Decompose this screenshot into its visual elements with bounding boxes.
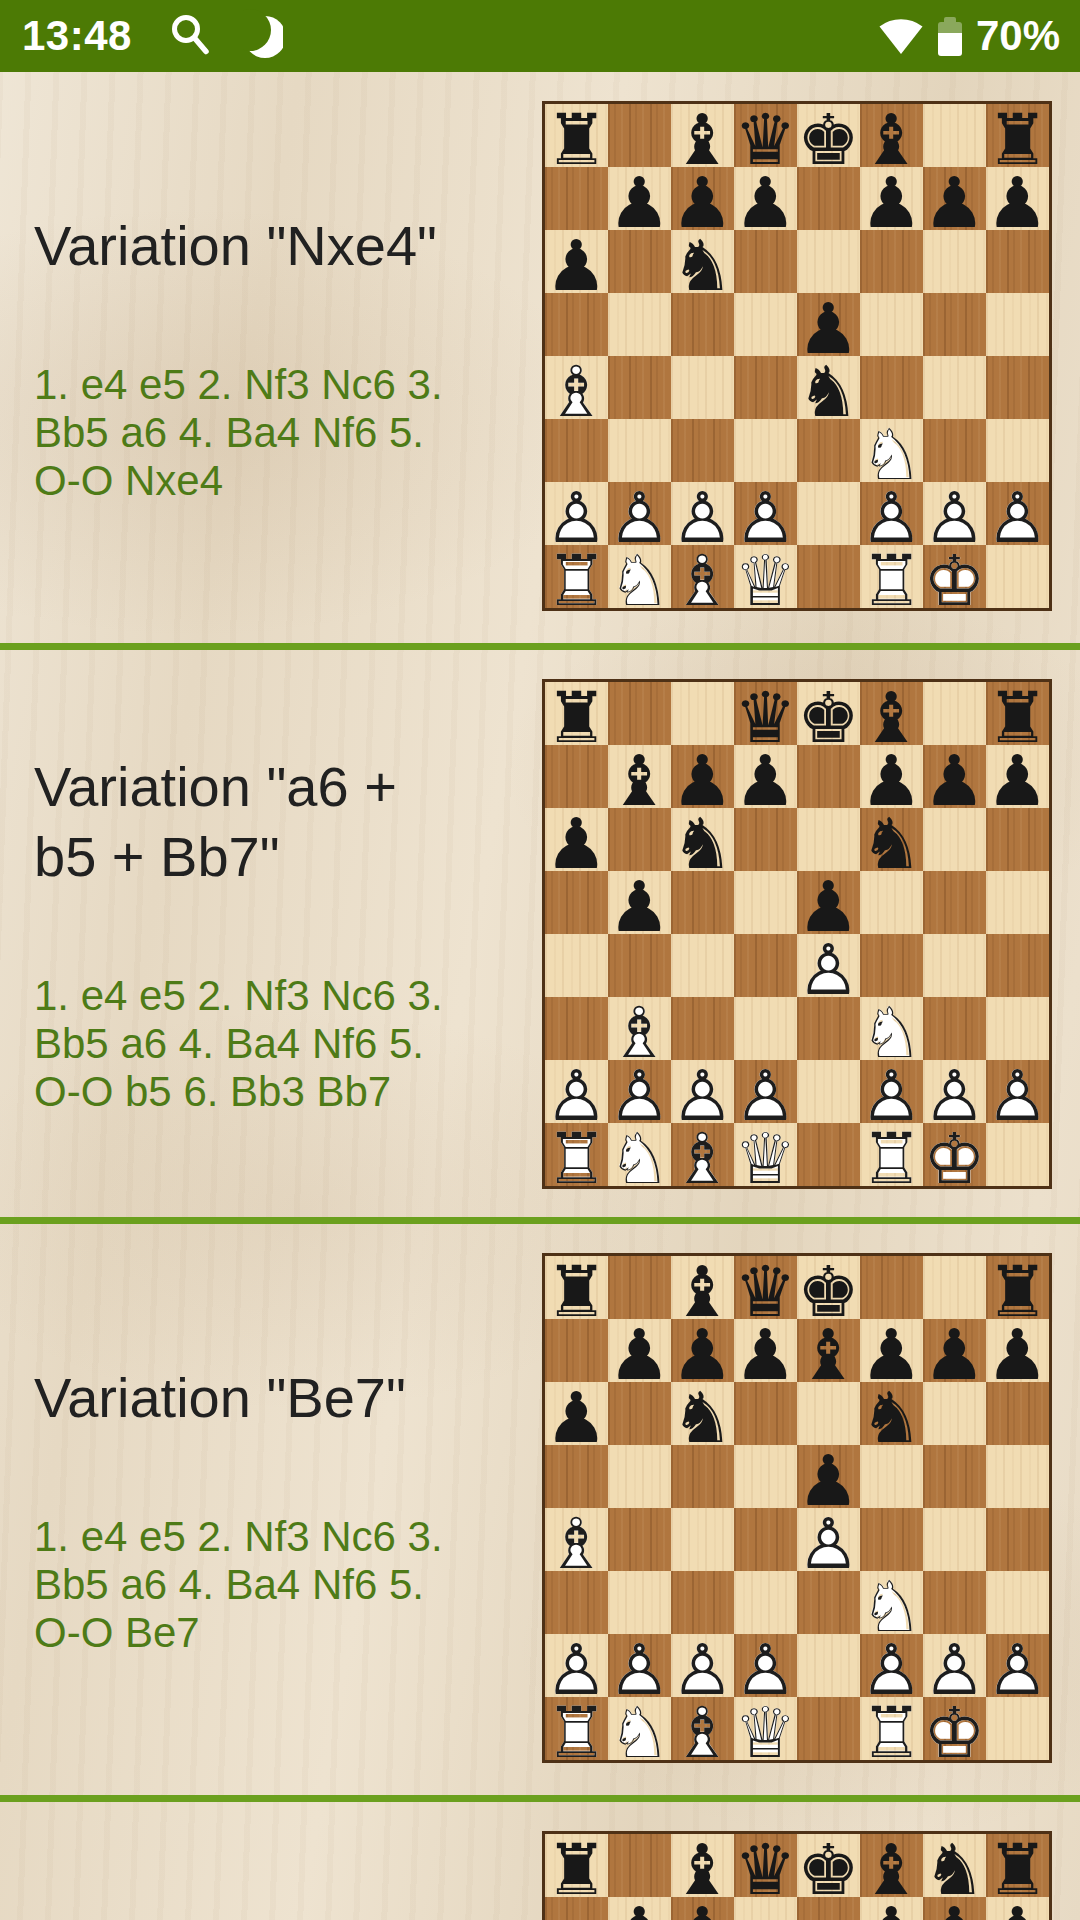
white-pawn: ♟♙: [545, 1635, 608, 1698]
square-d3[interactable]: [734, 419, 797, 482]
square-a4[interactable]: ♝♗: [545, 356, 608, 419]
variation-list-item-2[interactable]: Variation "a6 + b5 + Bb7" 1. e4 e5 2. Nf…: [0, 650, 1080, 1217]
square-d3[interactable]: [734, 1571, 797, 1634]
square-e1[interactable]: [797, 1123, 860, 1186]
black-bishop: ♝: [860, 105, 923, 168]
black-king: ♚: [797, 683, 860, 746]
square-f2[interactable]: ♟♙: [860, 1634, 923, 1697]
square-b1[interactable]: ♞♘: [608, 1123, 671, 1186]
square-g2[interactable]: ♟♙: [923, 482, 986, 545]
chessboard-4: ♜♝♛♚♝♞♜♟♟♟♟♟♟♞♟♟♝♗♟♙♞♘♟♙♟♙♟♙♟♙♟♙♟♙♟♙♜♖♞♘…: [542, 1831, 1052, 1920]
square-g8[interactable]: [923, 104, 986, 167]
black-rook: ♜: [986, 1257, 1049, 1320]
square-a6[interactable]: ♟: [545, 1382, 608, 1445]
square-c7[interactable]: ♟: [671, 167, 734, 230]
variation-moves: 1. e4 e5 2. Nf3 Nc6 3. Bb5 a6 4. Ba4 Nf6…: [34, 361, 464, 505]
square-f5[interactable]: [860, 293, 923, 356]
square-g8[interactable]: [923, 682, 986, 745]
black-knight: ♞: [671, 1383, 734, 1446]
white-pawn: ♟♙: [734, 483, 797, 546]
square-c3[interactable]: [671, 1571, 734, 1634]
square-d1[interactable]: ♛♕: [734, 1697, 797, 1760]
square-a4[interactable]: [545, 934, 608, 997]
night-mode-icon[interactable]: [243, 9, 283, 63]
black-rook: ♜: [986, 1835, 1049, 1898]
square-g1[interactable]: ♚♔: [923, 545, 986, 608]
square-c8[interactable]: [671, 682, 734, 745]
square-b5[interactable]: [608, 293, 671, 356]
black-pawn: ♟: [923, 168, 986, 231]
square-c1[interactable]: ♝♗: [671, 1697, 734, 1760]
white-king: ♚♔: [923, 1124, 986, 1187]
white-pawn: ♟♙: [923, 1061, 986, 1124]
square-f4[interactable]: [860, 1508, 923, 1571]
search-icon[interactable]: [168, 13, 212, 59]
square-e7[interactable]: ♝: [797, 1319, 860, 1382]
white-pawn: ♟♙: [608, 1061, 671, 1124]
black-bishop: ♝: [671, 1835, 734, 1898]
square-d4[interactable]: [734, 934, 797, 997]
white-pawn: ♟♙: [545, 483, 608, 546]
white-pawn: ♟♙: [860, 1061, 923, 1124]
square-b3[interactable]: [608, 419, 671, 482]
square-d2[interactable]: ♟♙: [734, 1060, 797, 1123]
square-a1[interactable]: ♜♖: [545, 1697, 608, 1760]
square-c2[interactable]: ♟♙: [671, 1060, 734, 1123]
square-d4[interactable]: [734, 1508, 797, 1571]
square-g8[interactable]: ♞: [923, 1834, 986, 1897]
square-e4[interactable]: ♟♙: [797, 934, 860, 997]
variation-title: Variation "Be7": [34, 1363, 454, 1433]
white-king: ♚♔: [923, 1698, 986, 1761]
clock: 13:48: [22, 12, 132, 60]
square-h4[interactable]: [986, 934, 1049, 997]
square-c1[interactable]: ♝♗: [671, 1123, 734, 1186]
square-g5[interactable]: [923, 293, 986, 356]
square-b7[interactable]: ♝: [608, 745, 671, 808]
square-g2[interactable]: ♟♙: [923, 1634, 986, 1697]
square-a2[interactable]: ♟♙: [545, 1060, 608, 1123]
black-knight: ♞: [797, 357, 860, 420]
white-pawn: ♟♙: [734, 1635, 797, 1698]
square-c2[interactable]: ♟♙: [671, 482, 734, 545]
black-pawn: ♟: [608, 872, 671, 935]
square-d3[interactable]: [734, 997, 797, 1060]
square-h8[interactable]: ♜: [986, 104, 1049, 167]
black-pawn: ♟: [734, 1320, 797, 1383]
white-pawn: ♟♙: [671, 483, 734, 546]
square-g1[interactable]: ♚♔: [923, 1697, 986, 1760]
black-pawn: ♟: [860, 746, 923, 809]
battery-icon: [938, 17, 962, 56]
square-c7[interactable]: ♟: [671, 1897, 734, 1920]
section-divider: [0, 643, 1080, 650]
black-pawn: ♟: [923, 746, 986, 809]
square-g7[interactable]: ♟: [923, 1319, 986, 1382]
square-c1[interactable]: ♝♗: [671, 545, 734, 608]
app-screen: 13:48 70% Variation "Nxe4" 1. e4 e5 2. N…: [0, 0, 1080, 1920]
square-d5[interactable]: [734, 1445, 797, 1508]
black-pawn: ♟: [545, 231, 608, 294]
black-bishop: ♝: [671, 105, 734, 168]
square-b7[interactable]: ♟: [608, 1897, 671, 1920]
white-knight: ♞♘: [860, 998, 923, 1061]
square-b4[interactable]: [608, 1508, 671, 1571]
variation-title: Variation "a6 + b5 + Bb7": [34, 752, 454, 892]
square-e4[interactable]: ♟♙: [797, 1508, 860, 1571]
black-pawn: ♟: [797, 294, 860, 357]
white-pawn: ♟♙: [860, 483, 923, 546]
black-pawn: ♟: [671, 168, 734, 231]
wifi-icon: [878, 17, 924, 55]
square-h5[interactable]: [986, 293, 1049, 356]
white-pawn: ♟♙: [923, 483, 986, 546]
square-c8[interactable]: ♝: [671, 1834, 734, 1897]
black-pawn: ♟: [671, 1898, 734, 1920]
square-d7[interactable]: ♟: [734, 167, 797, 230]
square-h2[interactable]: ♟♙: [986, 1060, 1049, 1123]
white-knight: ♞♘: [860, 420, 923, 483]
square-g5[interactable]: [923, 871, 986, 934]
square-c3[interactable]: [671, 997, 734, 1060]
black-pawn: ♟: [734, 168, 797, 231]
square-f7[interactable]: ♟: [860, 745, 923, 808]
black-rook: ♜: [545, 105, 608, 168]
square-e6[interactable]: [797, 808, 860, 871]
black-pawn: ♟: [986, 746, 1049, 809]
square-c8[interactable]: ♝: [671, 1256, 734, 1319]
square-d8[interactable]: ♛: [734, 1834, 797, 1897]
square-g7[interactable]: ♟: [923, 167, 986, 230]
square-g3[interactable]: [923, 997, 986, 1060]
square-b8[interactable]: [608, 1256, 671, 1319]
square-d5[interactable]: [734, 293, 797, 356]
square-e5[interactable]: ♟: [797, 1445, 860, 1508]
square-c6[interactable]: ♞: [671, 808, 734, 871]
square-f7[interactable]: ♟: [860, 1319, 923, 1382]
square-f1[interactable]: ♜♖: [860, 545, 923, 608]
square-h8[interactable]: ♜: [986, 682, 1049, 745]
black-rook: ♜: [545, 1257, 608, 1320]
black-knight: ♞: [671, 809, 734, 872]
white-pawn: ♟♙: [986, 483, 1049, 546]
square-a2[interactable]: ♟♙: [545, 482, 608, 545]
square-a4[interactable]: ♝♗: [545, 1508, 608, 1571]
white-pawn: ♟♙: [545, 1061, 608, 1124]
square-c4[interactable]: [671, 356, 734, 419]
square-a8[interactable]: ♜: [545, 682, 608, 745]
square-h3[interactable]: [986, 997, 1049, 1060]
square-h4[interactable]: [986, 356, 1049, 419]
white-knight: ♞♘: [608, 546, 671, 609]
square-f8[interactable]: ♝: [860, 1834, 923, 1897]
square-b7[interactable]: ♟: [608, 167, 671, 230]
black-queen: ♛: [734, 1835, 797, 1898]
square-h2[interactable]: ♟♙: [986, 1634, 1049, 1697]
square-e2[interactable]: [797, 482, 860, 545]
square-h8[interactable]: ♜: [986, 1834, 1049, 1897]
black-bishop: ♝: [860, 1835, 923, 1898]
square-g8[interactable]: [923, 1256, 986, 1319]
white-pawn: ♟♙: [860, 1635, 923, 1698]
square-b5[interactable]: [608, 1445, 671, 1508]
black-pawn: ♟: [860, 168, 923, 231]
square-b3[interactable]: ♝♗: [608, 997, 671, 1060]
black-pawn: ♟: [923, 1320, 986, 1383]
black-queen: ♛: [734, 105, 797, 168]
square-g3[interactable]: [923, 419, 986, 482]
square-e5[interactable]: ♟: [797, 293, 860, 356]
square-f3[interactable]: ♞♘: [860, 1571, 923, 1634]
variation-list-item-1[interactable]: Variation "Nxe4" 1. e4 e5 2. Nf3 Nc6 3. …: [0, 72, 1080, 643]
variation-list-item-3[interactable]: Variation "Be7" 1. e4 e5 2. Nf3 Nc6 3. B…: [0, 1224, 1080, 1795]
square-e1[interactable]: [797, 545, 860, 608]
square-g4[interactable]: [923, 356, 986, 419]
white-pawn: ♟♙: [986, 1635, 1049, 1698]
square-f3[interactable]: ♞♘: [860, 419, 923, 482]
square-h3[interactable]: [986, 419, 1049, 482]
square-f8[interactable]: ♝: [860, 682, 923, 745]
square-a6[interactable]: ♟: [545, 230, 608, 293]
square-h5[interactable]: [986, 871, 1049, 934]
square-d4[interactable]: [734, 356, 797, 419]
white-pawn: ♟♙: [923, 1635, 986, 1698]
white-pawn: ♟♙: [797, 1509, 860, 1572]
white-bishop: ♝♗: [671, 1698, 734, 1761]
black-knight: ♞: [671, 231, 734, 294]
battery-percent: 70%: [976, 12, 1060, 60]
black-king: ♚: [797, 105, 860, 168]
square-b8[interactable]: [608, 682, 671, 745]
square-a1[interactable]: ♜♖: [545, 1123, 608, 1186]
square-b1[interactable]: ♞♘: [608, 1697, 671, 1760]
square-d2[interactable]: ♟♙: [734, 1634, 797, 1697]
black-king: ♚: [797, 1257, 860, 1320]
square-b8[interactable]: [608, 104, 671, 167]
black-pawn: ♟: [608, 1320, 671, 1383]
black-rook: ♜: [545, 683, 608, 746]
black-queen: ♛: [734, 1257, 797, 1320]
section-divider: [0, 1795, 1080, 1802]
square-g4[interactable]: [923, 934, 986, 997]
square-c4[interactable]: [671, 934, 734, 997]
square-h3[interactable]: [986, 1571, 1049, 1634]
black-pawn: ♟: [986, 1898, 1049, 1920]
section-divider: [0, 1217, 1080, 1224]
square-b2[interactable]: ♟♙: [608, 482, 671, 545]
black-pawn: ♟: [545, 809, 608, 872]
white-pawn: ♟♙: [671, 1061, 734, 1124]
white-pawn: ♟♙: [797, 935, 860, 998]
square-e8[interactable]: ♚: [797, 682, 860, 745]
square-e8[interactable]: ♚: [797, 1256, 860, 1319]
square-a2[interactable]: ♟♙: [545, 1634, 608, 1697]
square-g7[interactable]: ♟: [923, 1897, 986, 1920]
square-d8[interactable]: ♛: [734, 682, 797, 745]
square-f7[interactable]: ♟: [860, 1897, 923, 1920]
square-h7[interactable]: ♟: [986, 1897, 1049, 1920]
square-a8[interactable]: ♜: [545, 1256, 608, 1319]
square-f1[interactable]: ♜♖: [860, 1123, 923, 1186]
square-c7[interactable]: ♟: [671, 745, 734, 808]
white-bishop: ♝♗: [608, 998, 671, 1061]
black-pawn: ♟: [734, 746, 797, 809]
square-b3[interactable]: [608, 1571, 671, 1634]
square-h4[interactable]: [986, 1508, 1049, 1571]
black-bishop: ♝: [608, 746, 671, 809]
square-f2[interactable]: ♟♙: [860, 1060, 923, 1123]
square-b7[interactable]: ♟: [608, 1319, 671, 1382]
white-pawn: ♟♙: [608, 1635, 671, 1698]
white-rook: ♜♖: [860, 1698, 923, 1761]
black-queen: ♛: [734, 683, 797, 746]
black-pawn: ♟: [545, 1383, 608, 1446]
square-d2[interactable]: ♟♙: [734, 482, 797, 545]
black-bishop: ♝: [671, 1257, 734, 1320]
square-h7[interactable]: ♟: [986, 745, 1049, 808]
square-g2[interactable]: ♟♙: [923, 1060, 986, 1123]
square-e8[interactable]: ♚: [797, 1834, 860, 1897]
square-a3[interactable]: [545, 997, 608, 1060]
square-e2[interactable]: [797, 1060, 860, 1123]
white-pawn: ♟♙: [608, 483, 671, 546]
square-c7[interactable]: ♟: [671, 1319, 734, 1382]
black-pawn: ♟: [608, 168, 671, 231]
square-f4[interactable]: [860, 356, 923, 419]
square-d7[interactable]: ♟: [734, 1319, 797, 1382]
white-bishop: ♝♗: [671, 546, 734, 609]
square-f8[interactable]: [860, 1256, 923, 1319]
white-bishop: ♝♗: [545, 1509, 608, 1572]
black-pawn: ♟: [860, 1898, 923, 1920]
black-pawn: ♟: [671, 746, 734, 809]
status-indicators: 70%: [878, 12, 1060, 60]
square-b1[interactable]: ♞♘: [608, 545, 671, 608]
square-e4[interactable]: ♞: [797, 356, 860, 419]
black-king: ♚: [797, 1835, 860, 1898]
variation-text-2: Variation "a6 + b5 + Bb7" 1. e4 e5 2. Nf…: [34, 650, 514, 1217]
square-f2[interactable]: ♟♙: [860, 482, 923, 545]
square-b8[interactable]: [608, 1834, 671, 1897]
black-knight: ♞: [860, 809, 923, 872]
white-knight: ♞♘: [860, 1572, 923, 1635]
square-f4[interactable]: [860, 934, 923, 997]
square-h2[interactable]: ♟♙: [986, 482, 1049, 545]
black-pawn: ♟: [608, 1898, 671, 1920]
variation-title: Variation "Nxe4": [34, 211, 454, 281]
chessboard-1: ♜♝♛♚♝♜♟♟♟♟♟♟♟♞♟♝♗♞♞♘♟♙♟♙♟♙♟♙♟♙♟♙♟♙♜♖♞♘♝♗…: [542, 101, 1052, 611]
white-pawn: ♟♙: [986, 1061, 1049, 1124]
black-pawn: ♟: [986, 1320, 1049, 1383]
square-g1[interactable]: ♚♔: [923, 1123, 986, 1186]
square-e2[interactable]: [797, 1634, 860, 1697]
square-c2[interactable]: ♟♙: [671, 1634, 734, 1697]
black-rook: ♜: [545, 1835, 608, 1898]
square-c6[interactable]: ♞: [671, 230, 734, 293]
white-knight: ♞♘: [608, 1124, 671, 1187]
square-e6[interactable]: [797, 230, 860, 293]
square-h7[interactable]: ♟: [986, 1319, 1049, 1382]
square-d5[interactable]: [734, 871, 797, 934]
square-e5[interactable]: ♟: [797, 871, 860, 934]
square-g4[interactable]: [923, 1508, 986, 1571]
white-queen: ♛♕: [734, 546, 797, 609]
square-f6[interactable]: ♞: [860, 1382, 923, 1445]
square-c3[interactable]: [671, 419, 734, 482]
chessboard-2: ♜♛♚♝♜♝♟♟♟♟♟♟♞♞♟♟♟♙♝♗♞♘♟♙♟♙♟♙♟♙♟♙♟♙♟♙♜♖♞♘…: [542, 679, 1052, 1189]
square-g3[interactable]: [923, 1571, 986, 1634]
white-knight: ♞♘: [608, 1698, 671, 1761]
white-pawn: ♟♙: [734, 1061, 797, 1124]
black-pawn: ♟: [797, 1446, 860, 1509]
white-rook: ♜♖: [860, 546, 923, 609]
square-g7[interactable]: ♟: [923, 745, 986, 808]
black-rook: ♜: [986, 105, 1049, 168]
square-h8[interactable]: ♜: [986, 1256, 1049, 1319]
square-b5[interactable]: ♟: [608, 871, 671, 934]
white-rook: ♜♖: [545, 546, 608, 609]
square-b4[interactable]: [608, 356, 671, 419]
white-bishop: ♝♗: [671, 1124, 734, 1187]
white-bishop: ♝♗: [545, 357, 608, 420]
square-c6[interactable]: ♞: [671, 1382, 734, 1445]
square-e1[interactable]: [797, 1697, 860, 1760]
square-d8[interactable]: ♛: [734, 1256, 797, 1319]
black-bishop: ♝: [860, 683, 923, 746]
square-h7[interactable]: ♟: [986, 167, 1049, 230]
square-e8[interactable]: ♚: [797, 104, 860, 167]
square-d8[interactable]: ♛: [734, 104, 797, 167]
white-queen: ♛♕: [734, 1124, 797, 1187]
square-d1[interactable]: ♛♕: [734, 545, 797, 608]
square-a8[interactable]: ♜: [545, 104, 608, 167]
square-a8[interactable]: ♜: [545, 1834, 608, 1897]
variation-list: Variation "Nxe4" 1. e4 e5 2. Nf3 Nc6 3. …: [0, 72, 1080, 1920]
square-a1[interactable]: ♜♖: [545, 545, 608, 608]
black-rook: ♜: [986, 683, 1049, 746]
square-f1[interactable]: ♜♖: [860, 1697, 923, 1760]
variation-moves: 1. e4 e5 2. Nf3 Nc6 3. Bb5 a6 4. Ba4 Nf6…: [34, 1513, 464, 1657]
black-pawn: ♟: [986, 168, 1049, 231]
black-bishop: ♝: [797, 1320, 860, 1383]
square-c8[interactable]: ♝: [671, 104, 734, 167]
white-rook: ♜♖: [545, 1698, 608, 1761]
chessboard-3: ♜♝♛♚♜♟♟♟♝♟♟♟♟♞♞♟♝♗♟♙♞♘♟♙♟♙♟♙♟♙♟♙♟♙♟♙♜♖♞♘…: [542, 1253, 1052, 1763]
white-rook: ♜♖: [545, 1124, 608, 1187]
variation-moves: 1. e4 e5 2. Nf3 Nc6 3. Bb5 a6 4. Ba4 Nf6…: [34, 972, 464, 1116]
square-a6[interactable]: ♟: [545, 808, 608, 871]
white-queen: ♛♕: [734, 1698, 797, 1761]
white-king: ♚♔: [923, 546, 986, 609]
square-h5[interactable]: [986, 1445, 1049, 1508]
black-pawn: ♟: [671, 1320, 734, 1383]
square-d7[interactable]: ♟: [734, 745, 797, 808]
square-c4[interactable]: [671, 1508, 734, 1571]
variation-list-item-4[interactable]: ♜♝♛♚♝♞♜♟♟♟♟♟♟♞♟♟♝♗♟♙♞♘♟♙♟♙♟♙♟♙♟♙♟♙♟♙♜♖♞♘…: [0, 1802, 1080, 1920]
square-f3[interactable]: ♞♘: [860, 997, 923, 1060]
white-rook: ♜♖: [860, 1124, 923, 1187]
square-f6[interactable]: ♞: [860, 808, 923, 871]
square-b2[interactable]: ♟♙: [608, 1634, 671, 1697]
square-d1[interactable]: ♛♕: [734, 1123, 797, 1186]
black-knight: ♞: [860, 1383, 923, 1446]
square-f7[interactable]: ♟: [860, 167, 923, 230]
white-pawn: ♟♙: [671, 1635, 734, 1698]
square-f8[interactable]: ♝: [860, 104, 923, 167]
square-g5[interactable]: [923, 1445, 986, 1508]
square-b2[interactable]: ♟♙: [608, 1060, 671, 1123]
black-pawn: ♟: [923, 1898, 986, 1920]
